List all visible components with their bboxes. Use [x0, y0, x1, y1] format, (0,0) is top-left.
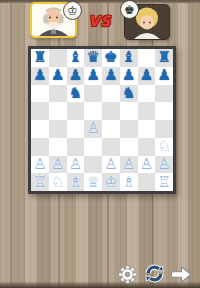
white-rook[interactable]: ♖ — [33, 174, 46, 191]
wood-grain-line — [10, 0, 12, 288]
square-d8[interactable]: ♛ — [84, 49, 102, 67]
white-king[interactable]: ♔ — [104, 174, 117, 191]
square-h3[interactable]: ♘ — [155, 138, 173, 156]
white-bishop[interactable]: ♗ — [69, 174, 82, 191]
square-g2[interactable]: ♙ — [138, 156, 156, 174]
square-c3[interactable] — [67, 138, 85, 156]
white-pawn[interactable]: ♙ — [69, 156, 82, 173]
square-c7[interactable]: ♟ — [67, 67, 85, 85]
white-king-icon: ♔ — [67, 5, 78, 17]
white-queen[interactable]: ♕ — [86, 174, 99, 191]
square-b8[interactable] — [49, 49, 67, 67]
white-pawn[interactable]: ♙ — [33, 156, 46, 173]
black-pawn[interactable]: ♟ — [51, 67, 64, 84]
black-bishop[interactable]: ♝ — [122, 49, 135, 66]
square-h4[interactable] — [155, 120, 173, 138]
square-e8[interactable]: ♚ — [102, 49, 120, 67]
square-c4[interactable] — [67, 120, 85, 138]
square-f2[interactable]: ♙ — [120, 156, 138, 174]
square-d6[interactable] — [84, 85, 102, 103]
square-a8[interactable]: ♜ — [31, 49, 49, 67]
square-g7[interactable]: ♟ — [138, 67, 156, 85]
square-b3[interactable] — [49, 138, 67, 156]
black-pawn[interactable]: ♟ — [86, 67, 99, 84]
square-f7[interactable]: ♟ — [120, 67, 138, 85]
black-pawn[interactable]: ♟ — [157, 67, 170, 84]
restart-arrows-icon — [144, 263, 165, 284]
white-king-badge: ♔ — [63, 1, 82, 20]
white-pawn[interactable]: ♙ — [140, 156, 153, 173]
wood-grain-line — [188, 0, 190, 288]
square-b5[interactable] — [49, 102, 67, 120]
square-b6[interactable] — [49, 85, 67, 103]
square-a2[interactable]: ♙ — [31, 156, 49, 174]
square-e7[interactable]: ♟ — [102, 67, 120, 85]
black-king-badge: ♚ — [120, 0, 139, 19]
black-pawn[interactable]: ♟ — [122, 67, 135, 84]
square-f5[interactable] — [120, 102, 138, 120]
square-d1[interactable]: ♕ — [84, 173, 102, 191]
white-rook[interactable]: ♖ — [157, 174, 170, 191]
black-bishop[interactable]: ♝ — [69, 49, 82, 66]
square-d4[interactable]: ♙ — [84, 120, 102, 138]
white-pawn[interactable]: ♙ — [157, 156, 170, 173]
square-h7[interactable]: ♟ — [155, 67, 173, 85]
white-knight[interactable]: ♘ — [157, 138, 170, 155]
black-knight[interactable]: ♞ — [122, 85, 135, 102]
square-d2[interactable] — [84, 156, 102, 174]
square-c5[interactable] — [67, 102, 85, 120]
black-rook[interactable]: ♜ — [33, 49, 46, 66]
square-d3[interactable] — [84, 138, 102, 156]
black-king-icon: ♚ — [124, 4, 135, 16]
square-b2[interactable]: ♙ — [49, 156, 67, 174]
next-button[interactable] — [170, 266, 192, 287]
white-pawn[interactable]: ♙ — [104, 156, 117, 173]
square-h8[interactable]: ♜ — [155, 49, 173, 67]
black-pawn[interactable]: ♟ — [69, 67, 82, 84]
square-a7[interactable]: ♟ — [31, 67, 49, 85]
square-f8[interactable]: ♝ — [120, 49, 138, 67]
square-a5[interactable] — [31, 102, 49, 120]
square-c2[interactable]: ♙ — [67, 156, 85, 174]
white-knight[interactable]: ♘ — [51, 174, 64, 191]
square-e2[interactable]: ♙ — [102, 156, 120, 174]
square-g8[interactable] — [138, 49, 156, 67]
square-a4[interactable] — [31, 120, 49, 138]
wood-edge-top — [0, 0, 200, 3]
white-bishop[interactable]: ♗ — [122, 174, 135, 191]
game-screen: ♔ VS ♚ ♜♝♛♚♝♜♟♟♟♟♟♟♟♟♞♞♙♘♙♙♙♙♙♙♙♖♘♗♕♔♗♖ — [0, 0, 200, 288]
black-king[interactable]: ♚ — [104, 49, 117, 66]
square-b4[interactable] — [49, 120, 67, 138]
square-a3[interactable] — [31, 138, 49, 156]
vs-label: VS — [84, 13, 116, 29]
square-d5[interactable] — [84, 102, 102, 120]
white-pawn[interactable]: ♙ — [122, 156, 135, 173]
square-g3[interactable] — [138, 138, 156, 156]
square-h1[interactable]: ♖ — [155, 173, 173, 191]
square-f6[interactable]: ♞ — [120, 85, 138, 103]
settings-button[interactable] — [117, 264, 138, 288]
square-c1[interactable]: ♗ — [67, 173, 85, 191]
square-d7[interactable]: ♟ — [84, 67, 102, 85]
white-pawn[interactable]: ♙ — [86, 120, 99, 137]
square-e1[interactable]: ♔ — [102, 173, 120, 191]
black-pawn[interactable]: ♟ — [33, 67, 46, 84]
chess-board[interactable]: ♜♝♛♚♝♜♟♟♟♟♟♟♟♟♞♞♙♘♙♙♙♙♙♙♙♖♘♗♕♔♗♖ — [28, 46, 176, 194]
square-f3[interactable] — [120, 138, 138, 156]
restart-button[interactable] — [144, 263, 165, 288]
black-pawn[interactable]: ♟ — [104, 67, 117, 84]
square-h5[interactable] — [155, 102, 173, 120]
square-g1[interactable] — [138, 173, 156, 191]
square-f1[interactable]: ♗ — [120, 173, 138, 191]
square-a1[interactable]: ♖ — [31, 173, 49, 191]
square-c6[interactable]: ♞ — [67, 85, 85, 103]
square-g6[interactable] — [138, 85, 156, 103]
square-f4[interactable] — [120, 120, 138, 138]
black-queen[interactable]: ♛ — [86, 49, 99, 66]
square-h2[interactable]: ♙ — [155, 156, 173, 174]
square-c8[interactable]: ♝ — [67, 49, 85, 67]
black-pawn[interactable]: ♟ — [140, 67, 153, 84]
square-h6[interactable] — [155, 85, 173, 103]
square-g4[interactable] — [138, 120, 156, 138]
white-pawn[interactable]: ♙ — [51, 156, 64, 173]
square-e3[interactable] — [102, 138, 120, 156]
square-e6[interactable] — [102, 85, 120, 103]
square-a6[interactable] — [31, 85, 49, 103]
square-b1[interactable]: ♘ — [49, 173, 67, 191]
square-e5[interactable] — [102, 102, 120, 120]
black-knight[interactable]: ♞ — [69, 85, 82, 102]
square-g5[interactable] — [138, 102, 156, 120]
square-b7[interactable]: ♟ — [49, 67, 67, 85]
gear-icon — [117, 264, 138, 285]
square-e4[interactable] — [102, 120, 120, 138]
right-arrow-icon — [170, 266, 192, 283]
black-rook[interactable]: ♜ — [157, 49, 170, 66]
